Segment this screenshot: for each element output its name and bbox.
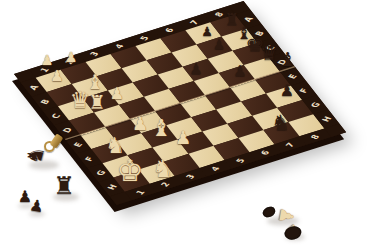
- piece-h1-white-king: ♚: [117, 156, 144, 186]
- piece-d8-black-queen: ♛: [260, 43, 278, 63]
- piece-d7-black-pawn: ♟: [233, 64, 246, 79]
- off-board-piece-black-knight: ♞: [23, 143, 48, 167]
- piece-a1-white-pawn: ♟: [41, 53, 54, 67]
- piece-c1-white-queen: ♛: [70, 89, 91, 112]
- piece-b7-black-pawn: ♟: [213, 37, 226, 51]
- piece-a2-white-pawn: ♟: [65, 50, 78, 64]
- piece-g4-white-pawn: ♟: [175, 129, 191, 147]
- piece-c2-white-rook: ♜: [88, 93, 105, 112]
- piece-c6-black-pawn: ♟: [189, 62, 202, 77]
- off-board-piece-black-rook: ♜: [53, 174, 75, 198]
- piece-g8-black-pawn: ♟: [280, 83, 294, 99]
- piece-a7-black-pawn: ♟: [201, 25, 213, 38]
- piece-e2-white-pawn: ♟: [132, 115, 148, 133]
- piece-c3-white-pawn: ♟: [110, 86, 124, 102]
- piece-h2-white-knight: ♞: [152, 157, 174, 181]
- pieces-layer: ♟♟♟♝♛♜♟♟♞♝♟♚♞♜♟♟♝♚♛♝♟♟♟♞♞♜♟♟♟♟: [0, 0, 376, 246]
- piece-f3-white-bishop: ♝: [151, 117, 172, 140]
- chess-set-photo: 12345678AABBCCDDEEFFGGHH12345678 ♟♟♟♝♛♜♟…: [0, 0, 376, 246]
- piece-h7-black-knight: ♞: [272, 113, 291, 134]
- piece-e8-black-bishop: ♝: [279, 50, 296, 69]
- off-board-piece-black-pawn: ♟: [28, 197, 44, 215]
- piece-b1-white-pawn: ♟: [50, 69, 63, 84]
